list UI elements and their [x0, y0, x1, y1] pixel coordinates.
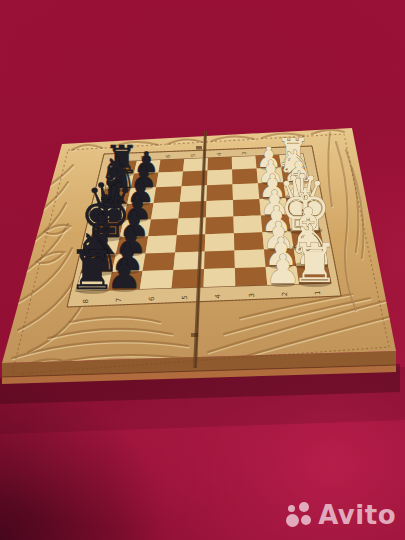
rank-label-near-6: 6 — [148, 296, 156, 301]
square-d4 — [206, 200, 234, 217]
square-h3 — [235, 267, 267, 286]
square-b4 — [207, 170, 233, 186]
square-d6 — [151, 202, 180, 219]
avito-watermark: Avito — [285, 501, 396, 529]
square-g6 — [143, 253, 176, 272]
rank-label-far-3: 3 — [241, 151, 247, 155]
square-b6 — [156, 172, 183, 188]
square-g3 — [234, 250, 265, 269]
piece-black-p-h7: ♟ — [106, 251, 142, 297]
square-c4 — [207, 184, 234, 201]
velvet-background: 8877665544332211♜♟♟♜♞♟♟♞♝♟♟♝♛♟♟♛♚♟♟♚♝♟♟♝… — [0, 0, 405, 540]
rank-label-near-2: 2 — [281, 292, 289, 296]
square-e6 — [148, 218, 178, 236]
rank-label-far-5: 5 — [190, 153, 196, 157]
avito-logo-icon — [285, 501, 313, 529]
rank-label-near-4: 4 — [214, 294, 222, 299]
square-a6 — [159, 159, 185, 173]
square-a4 — [208, 157, 233, 171]
hinge-mark-far — [196, 146, 202, 150]
square-f6 — [146, 235, 177, 253]
rank-label-near-3: 3 — [248, 293, 256, 297]
hinge-mark-near — [191, 333, 198, 337]
square-b3 — [232, 169, 258, 185]
square-f4 — [205, 233, 235, 251]
square-a3 — [232, 156, 257, 170]
square-h4 — [204, 268, 236, 287]
piece-white-r-h1: ♜ — [291, 232, 339, 295]
square-d3 — [233, 199, 261, 216]
square-e3 — [233, 215, 262, 233]
watermark-text: Avito — [318, 502, 396, 528]
square-f3 — [234, 232, 264, 250]
square-h6 — [140, 270, 174, 289]
rank-label-near-5: 5 — [181, 295, 189, 299]
square-c6 — [154, 186, 182, 203]
chessboard-photo: 8877665544332211♜♟♟♜♞♟♟♞♝♟♟♝♛♟♟♛♚♟♟♚♝♟♟♝… — [0, 0, 405, 540]
square-e4 — [205, 216, 234, 234]
square-c3 — [233, 183, 260, 200]
rank-label-far-6: 6 — [165, 154, 171, 158]
square-g4 — [204, 251, 235, 270]
rank-label-far-4: 4 — [216, 152, 222, 156]
